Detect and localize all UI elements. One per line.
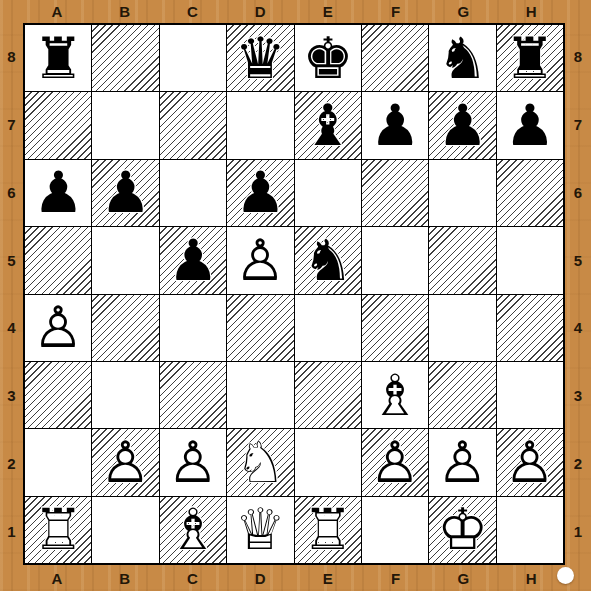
piece-white-pawn: ♙ bbox=[227, 227, 293, 293]
square-a3[interactable] bbox=[25, 362, 91, 428]
square-c8[interactable] bbox=[160, 25, 226, 91]
square-b5[interactable] bbox=[92, 227, 158, 293]
piece-white-rook: ♖ bbox=[25, 497, 91, 563]
rank-label-2: 2 bbox=[0, 430, 23, 498]
piece-fill-layer: ♟ bbox=[227, 160, 293, 226]
piece-white-pawn: ♙ bbox=[92, 429, 158, 495]
rank-label-4: 4 bbox=[0, 294, 23, 362]
rank-label-5: 5 bbox=[565, 226, 591, 294]
piece-white-king: ♔ bbox=[429, 497, 495, 563]
file-label-g: G bbox=[430, 0, 498, 23]
piece-fill-layer: ♟ bbox=[429, 92, 495, 158]
square-h1[interactable] bbox=[497, 497, 563, 563]
square-b3[interactable] bbox=[92, 362, 158, 428]
file-label-e: E bbox=[294, 0, 362, 23]
square-h6[interactable] bbox=[497, 160, 563, 226]
square-h5[interactable] bbox=[497, 227, 563, 293]
piece-fill-layer: ♚ bbox=[429, 497, 495, 563]
piece-white-knight: ♘ bbox=[227, 429, 293, 495]
square-a6[interactable]: ♟♟ bbox=[25, 160, 91, 226]
piece-black-pawn: ♟ bbox=[362, 92, 428, 158]
piece-fill-layer: ♞ bbox=[227, 429, 293, 495]
square-e4[interactable] bbox=[295, 295, 361, 361]
square-e6[interactable] bbox=[295, 160, 361, 226]
square-c1[interactable]: ♝♗ bbox=[160, 497, 226, 563]
file-label-h: H bbox=[497, 0, 565, 23]
piece-black-pawn: ♟ bbox=[160, 227, 226, 293]
square-c7[interactable] bbox=[160, 92, 226, 158]
piece-black-pawn: ♟ bbox=[92, 160, 158, 226]
square-a5[interactable] bbox=[25, 227, 91, 293]
square-g5[interactable] bbox=[429, 227, 495, 293]
file-label-h: H bbox=[497, 565, 565, 591]
square-a4[interactable]: ♟♙ bbox=[25, 295, 91, 361]
rank-label-8: 8 bbox=[0, 23, 23, 91]
square-d4[interactable] bbox=[227, 295, 293, 361]
piece-fill-layer: ♟ bbox=[25, 295, 91, 361]
piece-white-pawn: ♙ bbox=[497, 429, 563, 495]
piece-fill-layer: ♟ bbox=[497, 92, 563, 158]
square-e8[interactable]: ♚♚ bbox=[295, 25, 361, 91]
file-label-b: B bbox=[91, 565, 159, 591]
rank-label-7: 7 bbox=[0, 91, 23, 159]
piece-white-pawn: ♙ bbox=[362, 429, 428, 495]
square-b4[interactable] bbox=[92, 295, 158, 361]
file-label-a: A bbox=[23, 0, 91, 23]
piece-fill-layer: ♛ bbox=[227, 497, 293, 563]
square-f2[interactable]: ♟♙ bbox=[362, 429, 428, 495]
square-c4[interactable] bbox=[160, 295, 226, 361]
square-d1[interactable]: ♛♕ bbox=[227, 497, 293, 563]
square-d7[interactable] bbox=[227, 92, 293, 158]
file-label-c: C bbox=[159, 565, 227, 591]
square-g2[interactable]: ♟♙ bbox=[429, 429, 495, 495]
square-b6[interactable]: ♟♟ bbox=[92, 160, 158, 226]
square-h3[interactable] bbox=[497, 362, 563, 428]
rank-labels-left: 87654321 bbox=[0, 23, 23, 565]
piece-black-knight: ♞ bbox=[295, 227, 361, 293]
square-c2[interactable]: ♟♙ bbox=[160, 429, 226, 495]
file-labels-top: ABCDEFGH bbox=[23, 0, 565, 23]
piece-white-pawn: ♙ bbox=[160, 429, 226, 495]
piece-white-bishop: ♗ bbox=[362, 362, 428, 428]
chessboard-frame: ABCDEFGH ABCDEFGH 87654321 87654321 ♜♜♛♛… bbox=[0, 0, 591, 591]
square-d3[interactable] bbox=[227, 362, 293, 428]
square-d2[interactable]: ♞♘ bbox=[227, 429, 293, 495]
rank-label-5: 5 bbox=[0, 226, 23, 294]
piece-fill-layer: ♚ bbox=[295, 25, 361, 91]
square-e1[interactable]: ♜♖ bbox=[295, 497, 361, 563]
square-b2[interactable]: ♟♙ bbox=[92, 429, 158, 495]
square-f7[interactable]: ♟♟ bbox=[362, 92, 428, 158]
piece-fill-layer: ♟ bbox=[92, 160, 158, 226]
piece-black-king: ♚ bbox=[295, 25, 361, 91]
square-g4[interactable] bbox=[429, 295, 495, 361]
square-b8[interactable] bbox=[92, 25, 158, 91]
piece-white-rook: ♖ bbox=[295, 497, 361, 563]
piece-black-rook: ♜ bbox=[497, 25, 563, 91]
turn-indicator-white-to-move bbox=[557, 567, 574, 584]
square-g6[interactable] bbox=[429, 160, 495, 226]
file-label-a: A bbox=[23, 565, 91, 591]
piece-black-knight: ♞ bbox=[429, 25, 495, 91]
square-g7[interactable]: ♟♟ bbox=[429, 92, 495, 158]
square-f3[interactable]: ♝♗ bbox=[362, 362, 428, 428]
file-label-e: E bbox=[294, 565, 362, 591]
square-h7[interactable]: ♟♟ bbox=[497, 92, 563, 158]
square-a2[interactable] bbox=[25, 429, 91, 495]
chess-board: ♜♜♛♛♚♚♞♞♜♜♝♝♟♟♟♟♟♟♟♟♟♟♟♟♟♟♟♙♞♞♟♙♝♗♟♙♟♙♞♘… bbox=[23, 23, 565, 565]
file-label-b: B bbox=[91, 0, 159, 23]
piece-fill-layer: ♟ bbox=[429, 429, 495, 495]
piece-fill-layer: ♛ bbox=[227, 25, 293, 91]
piece-black-bishop: ♝ bbox=[295, 92, 361, 158]
square-e7[interactable]: ♝♝ bbox=[295, 92, 361, 158]
piece-black-pawn: ♟ bbox=[429, 92, 495, 158]
piece-fill-layer: ♞ bbox=[295, 227, 361, 293]
file-label-d: D bbox=[226, 0, 294, 23]
square-d5[interactable]: ♟♙ bbox=[227, 227, 293, 293]
rank-label-8: 8 bbox=[565, 23, 591, 91]
file-label-c: C bbox=[159, 0, 227, 23]
square-a8[interactable]: ♜♜ bbox=[25, 25, 91, 91]
file-labels-bottom: ABCDEFGH bbox=[23, 565, 565, 591]
square-f6[interactable] bbox=[362, 160, 428, 226]
piece-fill-layer: ♟ bbox=[362, 429, 428, 495]
square-f1[interactable] bbox=[362, 497, 428, 563]
piece-fill-layer: ♟ bbox=[92, 429, 158, 495]
piece-fill-layer: ♜ bbox=[295, 497, 361, 563]
square-c6[interactable] bbox=[160, 160, 226, 226]
rank-label-1: 1 bbox=[565, 497, 591, 565]
piece-black-queen: ♛ bbox=[227, 25, 293, 91]
piece-fill-layer: ♝ bbox=[160, 497, 226, 563]
square-a7[interactable] bbox=[25, 92, 91, 158]
piece-black-pawn: ♟ bbox=[25, 160, 91, 226]
square-f8[interactable] bbox=[362, 25, 428, 91]
file-label-d: D bbox=[226, 565, 294, 591]
piece-fill-layer: ♜ bbox=[497, 25, 563, 91]
square-e5[interactable]: ♞♞ bbox=[295, 227, 361, 293]
square-c5[interactable]: ♟♟ bbox=[160, 227, 226, 293]
square-d8[interactable]: ♛♛ bbox=[227, 25, 293, 91]
rank-label-6: 6 bbox=[565, 159, 591, 227]
square-g3[interactable] bbox=[429, 362, 495, 428]
square-a1[interactable]: ♜♖ bbox=[25, 497, 91, 563]
piece-fill-layer: ♝ bbox=[362, 362, 428, 428]
square-b1[interactable] bbox=[92, 497, 158, 563]
piece-fill-layer: ♟ bbox=[362, 92, 428, 158]
rank-label-3: 3 bbox=[565, 362, 591, 430]
piece-black-rook: ♜ bbox=[25, 25, 91, 91]
square-h2[interactable]: ♟♙ bbox=[497, 429, 563, 495]
file-label-f: F bbox=[362, 0, 430, 23]
square-g1[interactable]: ♚♔ bbox=[429, 497, 495, 563]
piece-fill-layer: ♞ bbox=[429, 25, 495, 91]
piece-white-pawn: ♙ bbox=[25, 295, 91, 361]
square-e2[interactable] bbox=[295, 429, 361, 495]
piece-fill-layer: ♟ bbox=[160, 429, 226, 495]
piece-white-bishop: ♗ bbox=[160, 497, 226, 563]
piece-fill-layer: ♝ bbox=[295, 92, 361, 158]
square-h4[interactable] bbox=[497, 295, 563, 361]
file-label-g: G bbox=[430, 565, 498, 591]
square-b7[interactable] bbox=[92, 92, 158, 158]
square-g8[interactable]: ♞♞ bbox=[429, 25, 495, 91]
rank-label-2: 2 bbox=[565, 430, 591, 498]
rank-label-6: 6 bbox=[0, 159, 23, 227]
square-c3[interactable] bbox=[160, 362, 226, 428]
piece-black-pawn: ♟ bbox=[497, 92, 563, 158]
piece-fill-layer: ♟ bbox=[497, 429, 563, 495]
piece-white-queen: ♕ bbox=[227, 497, 293, 563]
rank-label-7: 7 bbox=[565, 91, 591, 159]
rank-label-3: 3 bbox=[0, 362, 23, 430]
piece-fill-layer: ♜ bbox=[25, 497, 91, 563]
square-d6[interactable]: ♟♟ bbox=[227, 160, 293, 226]
square-h8[interactable]: ♜♜ bbox=[497, 25, 563, 91]
square-f5[interactable] bbox=[362, 227, 428, 293]
square-e3[interactable] bbox=[295, 362, 361, 428]
piece-fill-layer: ♟ bbox=[227, 227, 293, 293]
piece-black-pawn: ♟ bbox=[227, 160, 293, 226]
piece-fill-layer: ♟ bbox=[160, 227, 226, 293]
square-f4[interactable] bbox=[362, 295, 428, 361]
piece-white-pawn: ♙ bbox=[429, 429, 495, 495]
file-label-f: F bbox=[362, 565, 430, 591]
piece-fill-layer: ♜ bbox=[25, 25, 91, 91]
rank-label-4: 4 bbox=[565, 294, 591, 362]
rank-labels-right: 87654321 bbox=[565, 23, 591, 565]
rank-label-1: 1 bbox=[0, 497, 23, 565]
piece-fill-layer: ♟ bbox=[25, 160, 91, 226]
